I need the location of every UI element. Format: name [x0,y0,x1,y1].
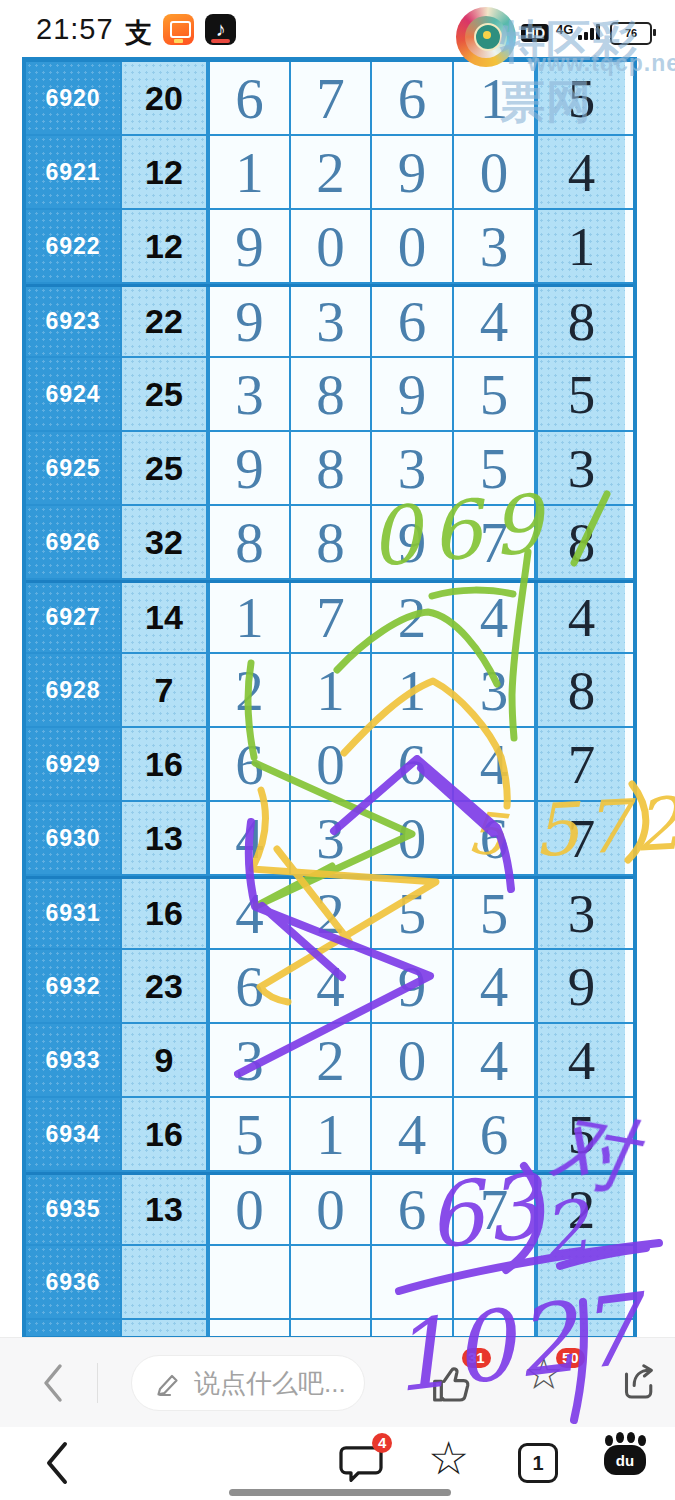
digit-cell: 1 [289,1098,370,1170]
digit-cell: 1 [289,654,370,726]
issue-number-cell: 6936 [26,1246,120,1318]
divider [97,1363,98,1403]
digit-cell: 9 [370,136,452,208]
digit-cell: 9 [206,210,289,282]
digit-cell: 0 [289,210,370,282]
table-row: 69252598353 [26,432,633,506]
empty-cell [452,1320,534,1336]
digit-cell [370,1246,452,1318]
issue-number-cell: 6932 [26,950,120,1022]
sum-cell: 12 [120,210,206,282]
tail-digit-cell: 4 [534,1024,625,1096]
digit-cell: 6 [370,1175,452,1244]
tail-digit-cell: 9 [534,950,625,1022]
sum-cell [120,1246,206,1318]
tail-digit-cell: 8 [534,287,625,356]
digit-cell: 7 [452,1175,534,1244]
digit-cell: 3 [452,654,534,726]
digit-cell: 3 [370,432,452,504]
digit-cell: 9 [370,358,452,430]
digit-cell: 4 [452,1024,534,1096]
tqcp-site-logo [456,7,516,67]
network-type: 4G [556,22,573,37]
comment-count-badge: 4 [372,1433,392,1453]
table-row: 69341651465 [26,1098,633,1172]
comment-input[interactable]: 说点什么吧... [131,1355,365,1411]
digit-cell: 2 [370,583,452,652]
issue-number-cell: 6933 [26,1024,120,1096]
share-icon[interactable] [615,1360,661,1406]
digit-cell: 3 [452,210,534,282]
tail-digit-cell: 4 [534,583,625,652]
table-row: 69322364949 [26,950,633,1024]
digit-cell: 9 [206,287,289,356]
digit-cell: 8 [289,358,370,430]
tail-digit-cell: 2 [534,1175,625,1244]
table-row: 69271417244 [26,580,633,654]
digit-cell: 4 [206,802,289,874]
digit-cell: 4 [289,950,370,1022]
battery-icon: 76 [610,22,652,45]
digit-cell: 4 [206,879,289,948]
empty-cell [206,1320,289,1336]
table-row: 6936 [26,1246,633,1320]
issue-number-cell: 6921 [26,136,120,208]
digit-cell: 6 [370,728,452,800]
digit-cell: 7 [289,583,370,652]
back-chevron-icon[interactable] [42,1439,72,1487]
tail-digit-cell: 7 [534,802,625,874]
phone-screen: 21:57 支 ♪ HD 4G 76 特区彩票网 www.tqcp.net 69… [0,0,675,1500]
digit-cell: 0 [452,136,534,208]
baidu-paw-icon[interactable]: du [604,1445,646,1475]
digit-cell: 3 [206,358,289,430]
clock-time: 21:57 [36,13,114,46]
digit-cell [206,1246,289,1318]
digit-cell: 9 [370,950,452,1022]
digit-cell: 0 [289,728,370,800]
digit-cell: 4 [370,1098,452,1170]
digit-cell: 3 [289,287,370,356]
tail-digit-cell [534,1246,625,1318]
digit-cell: 4 [452,583,534,652]
issue-number-cell: 6929 [26,728,120,800]
issue-number-cell: 6926 [26,506,120,578]
tail-digit-cell: 1 [534,210,625,282]
tail-digit-cell: 5 [534,62,625,134]
table-row: 69211212904 [26,136,633,210]
digit-cell: 6 [452,1098,534,1170]
empty-cell [534,1320,625,1336]
sum-cell: 23 [120,950,206,1022]
issue-number-cell: 6935 [26,1175,120,1244]
digit-cell: 8 [289,432,370,504]
digit-cell: 5 [452,879,534,948]
digit-cell: 0 [370,802,452,874]
digit-cell: 5 [452,432,534,504]
digit-cell: 0 [206,1175,289,1244]
digit-cell: 5 [370,879,452,948]
issue-number-cell: 6920 [26,62,120,134]
digit-cell: 9 [206,432,289,504]
issue-number-cell: 6924 [26,358,120,430]
issue-number-cell: 6934 [26,1098,120,1170]
table-row: 6933932044 [26,1024,633,1098]
digit-cell: 4 [452,728,534,800]
digit-cell: 1 [370,654,452,726]
tail-digit-cell: 7 [534,728,625,800]
sum-cell: 32 [120,506,206,578]
table-row: 69301343067 [26,802,633,876]
digit-cell: 6 [370,287,452,356]
tail-digit-cell: 3 [534,879,625,948]
tail-digit-cell: 8 [534,506,625,578]
empty-cell [370,1320,452,1336]
hd-badge: HD [521,24,549,42]
signal-bars-icon [578,24,602,40]
digit-cell: 3 [289,802,370,874]
digit-cell: 2 [289,136,370,208]
kuaishou-notification-icon [163,14,194,45]
table-row-partial [26,1320,633,1336]
issue-number-cell: 6925 [26,432,120,504]
tail-digit-cell: 4 [534,136,625,208]
table-row: 69291660647 [26,728,633,802]
alipay-notification-icon: 支 [125,15,152,51]
digit-cell: 7 [452,506,534,578]
digit-cell: 2 [206,654,289,726]
digit-cell: 0 [289,1175,370,1244]
digit-cell: 8 [206,506,289,578]
table-row: 69351300672 [26,1172,633,1246]
digit-cell: 8 [289,506,370,578]
lottery-trend-table: 6920206761569211212904692212900316923229… [22,57,637,1340]
digit-cell [289,1246,370,1318]
issue-number-cell: 6922 [26,210,120,282]
table-row: 69221290031 [26,210,633,284]
digit-cell: 6 [370,62,452,134]
digit-cell: 1 [452,62,534,134]
tail-digit-cell: 3 [534,432,625,504]
digit-cell: 2 [289,879,370,948]
table-row: 69263288978 [26,506,633,580]
issue-number-cell: 6928 [26,654,120,726]
digit-cell: 1 [206,136,289,208]
favorite-count-badge: 50 [556,1348,585,1368]
pencil-icon [154,1368,184,1398]
digit-cell: 2 [289,1024,370,1096]
sum-cell: 7 [120,654,206,726]
digit-cell: 4 [452,950,534,1022]
digit-cell [452,1246,534,1318]
status-bar: 21:57 支 ♪ HD 4G 76 [0,0,675,57]
sum-cell: 25 [120,432,206,504]
issue-number-cell: 6927 [26,583,120,652]
empty-cell [120,1320,206,1336]
sum-cell: 16 [120,879,206,948]
like-count-badge: 31 [462,1348,491,1368]
table-row: 69311642553 [26,876,633,950]
sum-cell: 12 [120,136,206,208]
digit-cell: 6 [452,802,534,874]
comment-bar: 说点什么吧... 31 ☆ 50 [0,1337,675,1428]
issue-number-cell: 6931 [26,879,120,948]
tab-count-button[interactable]: 1 [518,1443,558,1483]
tail-digit-cell: 5 [534,358,625,430]
back-chevron-gray-icon[interactable] [40,1362,66,1404]
empty-cell [289,1320,370,1336]
sum-cell: 20 [120,62,206,134]
table-row: 69242538955 [26,358,633,432]
digit-cell: 4 [452,287,534,356]
bookmark-star-icon[interactable]: ☆ [428,1431,469,1485]
sum-cell: 25 [120,358,206,430]
digit-cell: 0 [370,1024,452,1096]
home-indicator [229,1489,451,1496]
tail-digit-cell: 5 [534,1098,625,1170]
table-row: 69202067615 [26,62,633,136]
digit-cell: 5 [206,1098,289,1170]
sum-cell: 13 [120,802,206,874]
digit-cell: 7 [289,62,370,134]
tiktok-notification-icon: ♪ [205,14,236,45]
table-row: 6928721138 [26,654,633,728]
digit-cell: 6 [206,728,289,800]
digit-cell: 6 [206,950,289,1022]
digit-cell: 5 [452,358,534,430]
sum-cell: 13 [120,1175,206,1244]
sum-cell: 16 [120,1098,206,1170]
tail-digit-cell: 8 [534,654,625,726]
sum-cell: 14 [120,583,206,652]
digit-cell: 3 [206,1024,289,1096]
table-row: 69232293648 [26,284,633,358]
digit-cell: 1 [206,583,289,652]
issue-number-cell: 6923 [26,287,120,356]
sum-cell: 9 [120,1024,206,1096]
digit-cell: 6 [206,62,289,134]
issue-number-cell: 6930 [26,802,120,874]
empty-cell [26,1320,120,1336]
sum-cell: 16 [120,728,206,800]
digit-cell: 9 [370,506,452,578]
digit-cell: 0 [370,210,452,282]
comment-placeholder: 说点什么吧... [194,1366,346,1401]
sum-cell: 22 [120,287,206,356]
